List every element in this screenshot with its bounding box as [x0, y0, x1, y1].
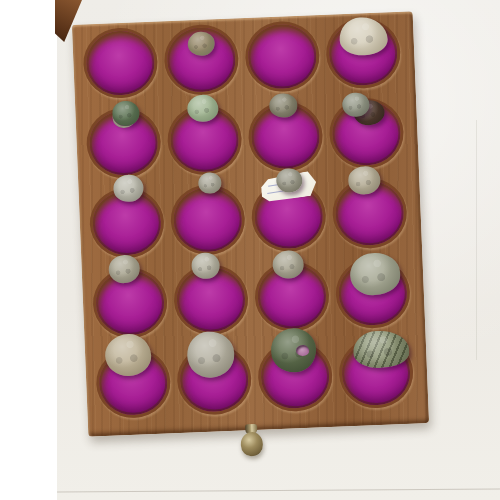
- pit-cell-r2c3: [243, 95, 327, 178]
- pit-cell-r5c4: [334, 332, 418, 415]
- pit-cell-r4c4: [330, 252, 414, 335]
- felt-pit-r1c1: [82, 27, 159, 100]
- pit-cell-r3c3: [246, 175, 330, 258]
- pit-cell-r1c1: [78, 22, 162, 105]
- pit-cell-r4c1: [87, 261, 171, 344]
- background-seam: [476, 120, 477, 360]
- scan-margin: [0, 0, 57, 500]
- pit-cell-r2c2: [162, 98, 246, 181]
- coin-texture: [112, 174, 143, 202]
- pit-cell-r3c4: [327, 172, 411, 255]
- pit-cell-r2c4: [324, 92, 408, 175]
- coin-r3c3[interactable]: [275, 168, 302, 193]
- coin-texture: [191, 252, 220, 279]
- coin-tray: [72, 11, 429, 436]
- pit-cell-r2c1: [81, 101, 165, 184]
- coin-r5c4[interactable]: [352, 329, 409, 368]
- coin-r3c1[interactable]: [112, 174, 143, 202]
- coin-texture: [198, 172, 222, 194]
- pit-cell-r3c1: [84, 181, 168, 264]
- pit-cell-r5c1: [91, 341, 175, 424]
- pit-cell-r1c3: [240, 15, 324, 98]
- pit-cell-r3c2: [165, 178, 249, 261]
- coin-r3c2[interactable]: [198, 172, 222, 194]
- felt-pit-r3c2: [169, 183, 246, 256]
- felt-pit-r1c3: [243, 20, 320, 93]
- drawer-knob[interactable]: [240, 424, 263, 459]
- knob-ball: [240, 432, 263, 457]
- pit-cell-r1c2: [159, 18, 243, 101]
- pit-cell-r5c2: [172, 338, 256, 421]
- coin-hole: [296, 344, 309, 356]
- tray-grid: [78, 12, 418, 425]
- pit-cell-r4c2: [168, 258, 252, 341]
- pit-cell-r1c4: [321, 12, 405, 95]
- coin-texture: [352, 329, 409, 368]
- coin-texture: [275, 168, 302, 193]
- pit-cell-r4c3: [249, 255, 333, 338]
- coin-r4c2[interactable]: [191, 252, 220, 279]
- pit-cell-r5c3: [253, 335, 337, 418]
